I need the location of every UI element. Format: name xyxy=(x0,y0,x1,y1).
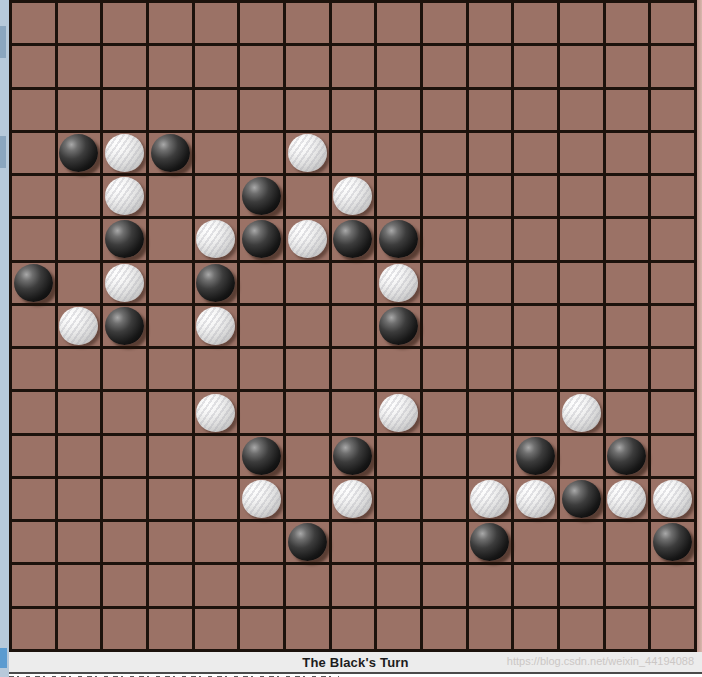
cell-r13-c2[interactable] xyxy=(103,565,146,605)
white-stone xyxy=(288,134,327,172)
cell-r13-c1[interactable] xyxy=(58,565,101,605)
cell-r0-c2[interactable] xyxy=(103,3,146,43)
edge-artifact-mark xyxy=(0,648,7,668)
white-stone xyxy=(105,134,144,172)
cell-r6-c0[interactable] xyxy=(12,263,55,303)
cell-r9-c2[interactable] xyxy=(103,392,146,432)
cell-r9-c8[interactable] xyxy=(377,392,420,432)
cell-r4-c13[interactable] xyxy=(606,176,649,216)
cell-r4-c0[interactable] xyxy=(12,176,55,216)
cell-r13-c9[interactable] xyxy=(423,565,466,605)
black-stone xyxy=(333,220,372,258)
cell-r9-c3[interactable] xyxy=(149,392,192,432)
cell-r7-c12[interactable] xyxy=(560,306,603,346)
cell-r7-c5[interactable] xyxy=(240,306,283,346)
white-stone xyxy=(196,220,235,258)
cell-r10-c2[interactable] xyxy=(103,436,146,476)
cell-r0-c6[interactable] xyxy=(286,3,329,43)
cell-r7-c10[interactable] xyxy=(469,306,512,346)
cell-r7-c3[interactable] xyxy=(149,306,192,346)
cell-r1-c0[interactable] xyxy=(12,46,55,86)
cell-r8-c5[interactable] xyxy=(240,349,283,389)
cell-r1-c7[interactable] xyxy=(332,46,375,86)
cell-r0-c9[interactable] xyxy=(423,3,466,43)
cell-r9-c6[interactable] xyxy=(286,392,329,432)
cell-r5-c9[interactable] xyxy=(423,219,466,259)
cell-r6-c10[interactable] xyxy=(469,263,512,303)
cell-r10-c13[interactable] xyxy=(606,436,649,476)
cell-r4-c10[interactable] xyxy=(469,176,512,216)
cell-r7-c1[interactable] xyxy=(58,306,101,346)
cell-r5-c11[interactable] xyxy=(514,219,557,259)
cell-r9-c9[interactable] xyxy=(423,392,466,432)
cell-r11-c7[interactable] xyxy=(332,479,375,519)
cell-r7-c4[interactable] xyxy=(195,306,238,346)
white-stone xyxy=(333,480,372,518)
cell-r14-c4[interactable] xyxy=(195,609,238,649)
black-stone xyxy=(333,437,372,475)
cell-r2-c13[interactable] xyxy=(606,90,649,130)
cell-r7-c2[interactable] xyxy=(103,306,146,346)
cell-r14-c13[interactable] xyxy=(606,609,649,649)
cell-r8-c11[interactable] xyxy=(514,349,557,389)
cell-r7-c9[interactable] xyxy=(423,306,466,346)
cell-r12-c6[interactable] xyxy=(286,522,329,562)
cell-r7-c8[interactable] xyxy=(377,306,420,346)
status-bar: The Black's Turn https://blog.csdn.net/w… xyxy=(9,652,702,672)
cell-r13-c3[interactable] xyxy=(149,565,192,605)
cell-r8-c0[interactable] xyxy=(12,349,55,389)
cell-r11-c3[interactable] xyxy=(149,479,192,519)
cell-r5-c6[interactable] xyxy=(286,219,329,259)
white-stone xyxy=(105,177,144,215)
cell-r14-c0[interactable] xyxy=(12,609,55,649)
cell-r1-c2[interactable] xyxy=(103,46,146,86)
black-stone xyxy=(288,523,327,561)
cell-r2-c4[interactable] xyxy=(195,90,238,130)
cell-r11-c8[interactable] xyxy=(377,479,420,519)
cell-r13-c14[interactable] xyxy=(651,565,694,605)
cell-r10-c1[interactable] xyxy=(58,436,101,476)
white-stone xyxy=(196,394,235,432)
cell-r3-c2[interactable] xyxy=(103,133,146,173)
cell-r3-c3[interactable] xyxy=(149,133,192,173)
cell-r1-c5[interactable] xyxy=(240,46,283,86)
cell-r4-c8[interactable] xyxy=(377,176,420,216)
cell-r3-c5[interactable] xyxy=(240,133,283,173)
cell-r13-c13[interactable] xyxy=(606,565,649,605)
cell-r4-c5[interactable] xyxy=(240,176,283,216)
cell-r11-c12[interactable] xyxy=(560,479,603,519)
cell-r6-c6[interactable] xyxy=(286,263,329,303)
white-stone xyxy=(516,480,555,518)
cell-r14-c9[interactable] xyxy=(423,609,466,649)
cell-r4-c12[interactable] xyxy=(560,176,603,216)
cell-r13-c0[interactable] xyxy=(12,565,55,605)
cell-r11-c10[interactable] xyxy=(469,479,512,519)
cell-r1-c8[interactable] xyxy=(377,46,420,86)
black-stone xyxy=(196,264,235,302)
cell-r0-c8[interactable] xyxy=(377,3,420,43)
black-stone xyxy=(607,437,646,475)
cell-r6-c14[interactable] xyxy=(651,263,694,303)
cell-r9-c5[interactable] xyxy=(240,392,283,432)
cell-r8-c13[interactable] xyxy=(606,349,649,389)
cell-r13-c4[interactable] xyxy=(195,565,238,605)
cell-r3-c7[interactable] xyxy=(332,133,375,173)
cell-r2-c2[interactable] xyxy=(103,90,146,130)
cell-r5-c5[interactable] xyxy=(240,219,283,259)
edge-artifact-mark xyxy=(0,136,6,168)
cell-r14-c2[interactable] xyxy=(103,609,146,649)
white-stone xyxy=(59,307,98,345)
cell-r11-c0[interactable] xyxy=(12,479,55,519)
cell-r12-c4[interactable] xyxy=(195,522,238,562)
cell-r5-c4[interactable] xyxy=(195,219,238,259)
cell-r8-c6[interactable] xyxy=(286,349,329,389)
black-stone xyxy=(379,307,418,345)
cell-r3-c4[interactable] xyxy=(195,133,238,173)
cell-r6-c9[interactable] xyxy=(423,263,466,303)
cell-r2-c6[interactable] xyxy=(286,90,329,130)
black-stone xyxy=(516,437,555,475)
cell-r6-c11[interactable] xyxy=(514,263,557,303)
cell-r11-c14[interactable] xyxy=(651,479,694,519)
white-stone xyxy=(379,264,418,302)
cell-r14-c5[interactable] xyxy=(240,609,283,649)
cell-r3-c8[interactable] xyxy=(377,133,420,173)
cell-r4-c9[interactable] xyxy=(423,176,466,216)
white-stone xyxy=(653,480,692,518)
cell-r14-c11[interactable] xyxy=(514,609,557,649)
cell-r5-c12[interactable] xyxy=(560,219,603,259)
cell-r14-c12[interactable] xyxy=(560,609,603,649)
cell-r11-c11[interactable] xyxy=(514,479,557,519)
cell-r12-c8[interactable] xyxy=(377,522,420,562)
cell-r0-c7[interactable] xyxy=(332,3,375,43)
white-stone xyxy=(196,307,235,345)
cell-r3-c6[interactable] xyxy=(286,133,329,173)
white-stone xyxy=(470,480,509,518)
cell-r3-c9[interactable] xyxy=(423,133,466,173)
cell-r13-c10[interactable] xyxy=(469,565,512,605)
cell-r13-c7[interactable] xyxy=(332,565,375,605)
window-right-edge-strip xyxy=(697,0,702,652)
cell-r14-c3[interactable] xyxy=(149,609,192,649)
cell-r5-c3[interactable] xyxy=(149,219,192,259)
cell-r9-c14[interactable] xyxy=(651,392,694,432)
cell-r2-c14[interactable] xyxy=(651,90,694,130)
cell-r6-c5[interactable] xyxy=(240,263,283,303)
cell-r3-c12[interactable] xyxy=(560,133,603,173)
cell-r8-c2[interactable] xyxy=(103,349,146,389)
edge-artifact-mark xyxy=(0,26,6,58)
cell-r8-c7[interactable] xyxy=(332,349,375,389)
cell-r11-c1[interactable] xyxy=(58,479,101,519)
white-stone xyxy=(379,394,418,432)
cell-r0-c4[interactable] xyxy=(195,3,238,43)
white-stone xyxy=(105,264,144,302)
cell-r10-c5[interactable] xyxy=(240,436,283,476)
cell-r2-c8[interactable] xyxy=(377,90,420,130)
cell-r4-c6[interactable] xyxy=(286,176,329,216)
cell-r10-c0[interactable] xyxy=(12,436,55,476)
cell-r10-c6[interactable] xyxy=(286,436,329,476)
cell-r7-c7[interactable] xyxy=(332,306,375,346)
cell-r1-c10[interactable] xyxy=(469,46,512,86)
cell-r11-c9[interactable] xyxy=(423,479,466,519)
cell-r3-c0[interactable] xyxy=(12,133,55,173)
cell-r6-c8[interactable] xyxy=(377,263,420,303)
white-stone xyxy=(607,480,646,518)
cell-r1-c3[interactable] xyxy=(149,46,192,86)
cell-r5-c1[interactable] xyxy=(58,219,101,259)
black-stone xyxy=(242,220,281,258)
cell-r3-c1[interactable] xyxy=(58,133,101,173)
cell-r14-c7[interactable] xyxy=(332,609,375,649)
cell-r2-c11[interactable] xyxy=(514,90,557,130)
cell-r9-c0[interactable] xyxy=(12,392,55,432)
black-stone xyxy=(151,134,190,172)
cell-r1-c6[interactable] xyxy=(286,46,329,86)
cell-r13-c8[interactable] xyxy=(377,565,420,605)
cell-r0-c0[interactable] xyxy=(12,3,55,43)
window-left-edge-strip xyxy=(0,0,9,677)
cell-r3-c14[interactable] xyxy=(651,133,694,173)
cell-r9-c12[interactable] xyxy=(560,392,603,432)
black-stone xyxy=(105,307,144,345)
white-stone xyxy=(288,220,327,258)
cell-r8-c12[interactable] xyxy=(560,349,603,389)
cell-r0-c1[interactable] xyxy=(58,3,101,43)
black-stone xyxy=(653,523,692,561)
cell-r7-c13[interactable] xyxy=(606,306,649,346)
cell-r0-c10[interactable] xyxy=(469,3,512,43)
cell-r9-c7[interactable] xyxy=(332,392,375,432)
cell-r6-c7[interactable] xyxy=(332,263,375,303)
cell-r9-c13[interactable] xyxy=(606,392,649,432)
cell-r12-c10[interactable] xyxy=(469,522,512,562)
cell-r9-c11[interactable] xyxy=(514,392,557,432)
cell-r0-c13[interactable] xyxy=(606,3,649,43)
cell-r6-c4[interactable] xyxy=(195,263,238,303)
cell-r0-c11[interactable] xyxy=(514,3,557,43)
cell-r2-c1[interactable] xyxy=(58,90,101,130)
cell-r1-c9[interactable] xyxy=(423,46,466,86)
cell-r11-c2[interactable] xyxy=(103,479,146,519)
cell-r0-c5[interactable] xyxy=(240,3,283,43)
cell-r14-c1[interactable] xyxy=(58,609,101,649)
cell-r10-c11[interactable] xyxy=(514,436,557,476)
cell-r3-c13[interactable] xyxy=(606,133,649,173)
cell-r6-c2[interactable] xyxy=(103,263,146,303)
cell-r7-c6[interactable] xyxy=(286,306,329,346)
cell-r8-c8[interactable] xyxy=(377,349,420,389)
cell-r1-c4[interactable] xyxy=(195,46,238,86)
cell-r4-c11[interactable] xyxy=(514,176,557,216)
cell-r1-c12[interactable] xyxy=(560,46,603,86)
black-stone xyxy=(562,480,601,518)
cell-r7-c0[interactable] xyxy=(12,306,55,346)
black-stone xyxy=(242,437,281,475)
cell-r3-c10[interactable] xyxy=(469,133,512,173)
cell-r1-c1[interactable] xyxy=(58,46,101,86)
cell-r12-c2[interactable] xyxy=(103,522,146,562)
cell-r9-c10[interactable] xyxy=(469,392,512,432)
cell-r2-c12[interactable] xyxy=(560,90,603,130)
black-stone xyxy=(59,134,98,172)
cell-r12-c14[interactable] xyxy=(651,522,694,562)
cell-r13-c11[interactable] xyxy=(514,565,557,605)
cell-r13-c6[interactable] xyxy=(286,565,329,605)
cell-r5-c13[interactable] xyxy=(606,219,649,259)
cell-r1-c14[interactable] xyxy=(651,46,694,86)
cell-r12-c5[interactable] xyxy=(240,522,283,562)
cell-r10-c9[interactable] xyxy=(423,436,466,476)
cell-r12-c7[interactable] xyxy=(332,522,375,562)
black-stone xyxy=(242,177,281,215)
black-stone xyxy=(14,264,53,302)
cell-r6-c3[interactable] xyxy=(149,263,192,303)
cell-r4-c2[interactable] xyxy=(103,176,146,216)
cell-r14-c14[interactable] xyxy=(651,609,694,649)
cell-r10-c3[interactable] xyxy=(149,436,192,476)
cell-r4-c14[interactable] xyxy=(651,176,694,216)
watermark-text: https://blog.csdn.net/weixin_44194088 xyxy=(507,655,694,667)
cell-r12-c13[interactable] xyxy=(606,522,649,562)
white-stone xyxy=(333,177,372,215)
black-stone xyxy=(105,220,144,258)
black-stone xyxy=(379,220,418,258)
cell-r10-c14[interactable] xyxy=(651,436,694,476)
cell-r10-c10[interactable] xyxy=(469,436,512,476)
white-stone xyxy=(242,480,281,518)
clipped-text-artifact xyxy=(9,672,702,677)
cell-r11-c5[interactable] xyxy=(240,479,283,519)
cell-r2-c3[interactable] xyxy=(149,90,192,130)
cell-r11-c13[interactable] xyxy=(606,479,649,519)
cell-r10-c12[interactable] xyxy=(560,436,603,476)
cell-r5-c8[interactable] xyxy=(377,219,420,259)
cell-r6-c1[interactable] xyxy=(58,263,101,303)
cell-r5-c10[interactable] xyxy=(469,219,512,259)
cell-r5-c7[interactable] xyxy=(332,219,375,259)
cell-r7-c14[interactable] xyxy=(651,306,694,346)
cell-r9-c4[interactable] xyxy=(195,392,238,432)
turn-indicator-text: The Black's Turn xyxy=(302,655,408,670)
cell-r12-c9[interactable] xyxy=(423,522,466,562)
cell-r13-c12[interactable] xyxy=(560,565,603,605)
cell-r8-c10[interactable] xyxy=(469,349,512,389)
cell-r4-c1[interactable] xyxy=(58,176,101,216)
cell-r12-c1[interactable] xyxy=(58,522,101,562)
cell-r12-c0[interactable] xyxy=(12,522,55,562)
cell-r8-c1[interactable] xyxy=(58,349,101,389)
cell-r14-c8[interactable] xyxy=(377,609,420,649)
cell-r0-c3[interactable] xyxy=(149,3,192,43)
cell-r13-c5[interactable] xyxy=(240,565,283,605)
cell-r5-c14[interactable] xyxy=(651,219,694,259)
cell-r1-c11[interactable] xyxy=(514,46,557,86)
cell-r8-c3[interactable] xyxy=(149,349,192,389)
cell-r1-c13[interactable] xyxy=(606,46,649,86)
cell-r5-c0[interactable] xyxy=(12,219,55,259)
cell-r12-c3[interactable] xyxy=(149,522,192,562)
cell-r5-c2[interactable] xyxy=(103,219,146,259)
cell-r8-c9[interactable] xyxy=(423,349,466,389)
cell-r0-c12[interactable] xyxy=(560,3,603,43)
black-stone xyxy=(470,523,509,561)
cell-r3-c11[interactable] xyxy=(514,133,557,173)
cell-r6-c13[interactable] xyxy=(606,263,649,303)
cell-r14-c10[interactable] xyxy=(469,609,512,649)
cell-r4-c7[interactable] xyxy=(332,176,375,216)
cell-r4-c4[interactable] xyxy=(195,176,238,216)
cell-r6-c12[interactable] xyxy=(560,263,603,303)
white-stone xyxy=(562,394,601,432)
cell-r9-c1[interactable] xyxy=(58,392,101,432)
cell-r2-c5[interactable] xyxy=(240,90,283,130)
cell-r0-c14[interactable] xyxy=(651,3,694,43)
cell-r8-c4[interactable] xyxy=(195,349,238,389)
cell-r10-c4[interactable] xyxy=(195,436,238,476)
board-grid xyxy=(9,0,697,652)
cell-r2-c9[interactable] xyxy=(423,90,466,130)
cell-r7-c11[interactable] xyxy=(514,306,557,346)
gomoku-game-window: The Black's Turn https://blog.csdn.net/w… xyxy=(0,0,702,677)
cell-r12-c12[interactable] xyxy=(560,522,603,562)
cell-r11-c4[interactable] xyxy=(195,479,238,519)
cell-r2-c0[interactable] xyxy=(12,90,55,130)
cell-r11-c6[interactable] xyxy=(286,479,329,519)
cell-r4-c3[interactable] xyxy=(149,176,192,216)
cell-r12-c11[interactable] xyxy=(514,522,557,562)
cell-r10-c7[interactable] xyxy=(332,436,375,476)
cell-r2-c7[interactable] xyxy=(332,90,375,130)
cell-r14-c6[interactable] xyxy=(286,609,329,649)
cell-r10-c8[interactable] xyxy=(377,436,420,476)
cell-r8-c14[interactable] xyxy=(651,349,694,389)
cell-r2-c10[interactable] xyxy=(469,90,512,130)
